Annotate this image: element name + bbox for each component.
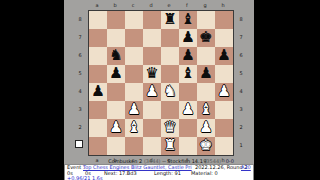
- square-d6[interactable]: [143, 47, 161, 65]
- square-a1[interactable]: [89, 137, 107, 155]
- rank-label-left-5: 5: [75, 70, 85, 76]
- square-d7[interactable]: [143, 29, 161, 47]
- piece-black-B-f5: ♝: [179, 65, 197, 83]
- square-a8[interactable]: [89, 11, 107, 29]
- square-e5[interactable]: [161, 65, 179, 83]
- square-b4[interactable]: [107, 83, 125, 101]
- square-f3[interactable]: ♟: [179, 101, 197, 119]
- rank-label-right-6: 6: [236, 52, 246, 58]
- square-a3[interactable]: [89, 101, 107, 119]
- square-h3[interactable]: [215, 101, 233, 119]
- piece-white-K-g1: ♚: [197, 137, 215, 155]
- square-e2[interactable]: ♛: [161, 119, 179, 137]
- rank-label-right-5: 5: [236, 70, 246, 76]
- square-f2[interactable]: [179, 119, 197, 137]
- file-label-top-e: e: [164, 2, 174, 8]
- video-frame: aabbccddeeffgghh8877665544332211 ♜♝♟♚♞♟♟…: [0, 0, 320, 180]
- piece-white-B-g3: ♝: [197, 101, 215, 119]
- square-d3[interactable]: [143, 101, 161, 119]
- square-d5[interactable]: ♛: [143, 65, 161, 83]
- square-a2[interactable]: [89, 119, 107, 137]
- square-c6[interactable]: [125, 47, 143, 65]
- square-g8[interactable]: [197, 11, 215, 29]
- piece-black-B-f8: ♝: [179, 11, 197, 29]
- square-e4[interactable]: ♞: [161, 83, 179, 101]
- game-info-box: Event : Top Chess Engines Blitz Gauntlet…: [64, 164, 254, 180]
- square-b3[interactable]: [107, 101, 125, 119]
- square-e8[interactable]: ♜: [161, 11, 179, 29]
- rank-label-left-7: 7: [75, 34, 85, 40]
- square-b1[interactable]: [107, 137, 125, 155]
- rank-label-right-3: 3: [236, 106, 246, 112]
- square-h8[interactable]: [215, 11, 233, 29]
- square-g1[interactable]: ♚: [197, 137, 215, 155]
- piece-white-P-h4: ♟: [215, 83, 233, 101]
- file-label-top-f: f: [182, 2, 192, 8]
- piece-white-R-e1: ♜: [161, 137, 179, 155]
- square-b7[interactable]: [107, 29, 125, 47]
- piece-black-Q-d5: ♛: [143, 65, 161, 83]
- square-c5[interactable]: [125, 65, 143, 83]
- square-e1[interactable]: ♜: [161, 137, 179, 155]
- side-to-move-indicator: [75, 140, 83, 148]
- square-d2[interactable]: [143, 119, 161, 137]
- piece-black-P-a4: ♟: [89, 83, 107, 101]
- rank-label-left-8: 8: [75, 16, 85, 22]
- piece-white-P-g2: ♟: [197, 119, 215, 137]
- square-e3[interactable]: [161, 101, 179, 119]
- square-c8[interactable]: [125, 11, 143, 29]
- chess-board[interactable]: ♜♝♟♚♞♟♟♟♛♝♟♟♟♞♟♟♟♝♟♝♛♟♜♚: [88, 10, 234, 156]
- piece-black-N-b6: ♞: [107, 47, 125, 65]
- square-h4[interactable]: ♟: [215, 83, 233, 101]
- file-label-top-d: d: [146, 2, 156, 8]
- square-g7[interactable]: ♚: [197, 29, 215, 47]
- piece-black-P-b5: ♟: [107, 65, 125, 83]
- square-f7[interactable]: ♟: [179, 29, 197, 47]
- square-h6[interactable]: ♟: [215, 47, 233, 65]
- piece-white-P-b2: ♟: [107, 119, 125, 137]
- piece-black-P-f6: ♟: [179, 47, 197, 65]
- square-f8[interactable]: ♝: [179, 11, 197, 29]
- square-b6[interactable]: ♞: [107, 47, 125, 65]
- square-h5[interactable]: [215, 65, 233, 83]
- square-c1[interactable]: [125, 137, 143, 155]
- rank-label-left-3: 3: [75, 106, 85, 112]
- square-g4[interactable]: [197, 83, 215, 101]
- piece-white-P-c3: ♟: [125, 101, 143, 119]
- file-label-top-g: g: [200, 2, 210, 8]
- rank-label-right-2: 2: [236, 124, 246, 130]
- square-h1[interactable]: [215, 137, 233, 155]
- square-b8[interactable]: [107, 11, 125, 29]
- eval-row: +0.96/21 1.6s: [65, 176, 253, 180]
- square-f1[interactable]: [179, 137, 197, 155]
- square-f4[interactable]: [179, 83, 197, 101]
- engine-eval: +0.96/21 1.6s: [67, 176, 103, 180]
- square-a6[interactable]: [89, 47, 107, 65]
- square-a4[interactable]: ♟: [89, 83, 107, 101]
- square-c7[interactable]: [125, 29, 143, 47]
- rank-label-right-1: 1: [236, 142, 246, 148]
- square-f6[interactable]: ♟: [179, 47, 197, 65]
- piece-black-P-g5: ♟: [197, 65, 215, 83]
- file-label-top-h: h: [218, 2, 228, 8]
- piece-black-P-h6: ♟: [215, 47, 233, 65]
- square-b2[interactable]: ♟: [107, 119, 125, 137]
- square-h7[interactable]: [215, 29, 233, 47]
- rank-label-right-8: 8: [236, 16, 246, 22]
- square-b5[interactable]: ♟: [107, 65, 125, 83]
- square-e7[interactable]: [161, 29, 179, 47]
- square-a7[interactable]: [89, 29, 107, 47]
- piece-white-P-f3: ♟: [179, 101, 197, 119]
- square-f5[interactable]: ♝: [179, 65, 197, 83]
- chess-gui-panel: aabbccddeeffgghh8877665544332211 ♜♝♟♚♞♟♟…: [64, 0, 254, 180]
- file-label-top-c: c: [128, 2, 138, 8]
- square-d4[interactable]: ♟: [143, 83, 161, 101]
- square-d8[interactable]: [143, 11, 161, 29]
- square-g2[interactable]: ♟: [197, 119, 215, 137]
- rank-label-left-2: 2: [75, 124, 85, 130]
- square-h2[interactable]: [215, 119, 233, 137]
- rank-label-left-6: 6: [75, 52, 85, 58]
- square-c3[interactable]: ♟: [125, 101, 143, 119]
- square-g6[interactable]: [197, 47, 215, 65]
- square-a5[interactable]: [89, 65, 107, 83]
- rank-label-left-4: 4: [75, 88, 85, 94]
- rank-label-right-7: 7: [236, 34, 246, 40]
- square-e6[interactable]: [161, 47, 179, 65]
- square-g5[interactable]: ♟: [197, 65, 215, 83]
- piece-black-K-g7: ♚: [197, 29, 215, 47]
- piece-white-Q-e2: ♛: [161, 119, 179, 137]
- piece-white-B-c2: ♝: [125, 119, 143, 137]
- square-d1[interactable]: [143, 137, 161, 155]
- piece-black-P-f7: ♟: [179, 29, 197, 47]
- square-g3[interactable]: ♝: [197, 101, 215, 119]
- file-label-top-a: a: [92, 2, 102, 8]
- square-c4[interactable]: [125, 83, 143, 101]
- piece-black-R-e8: ♜: [161, 11, 179, 29]
- piece-white-P-d4: ♟: [143, 83, 161, 101]
- square-c2[interactable]: ♝: [125, 119, 143, 137]
- file-label-top-b: b: [110, 2, 120, 8]
- piece-white-N-e4: ♞: [161, 83, 179, 101]
- rank-label-right-4: 4: [236, 88, 246, 94]
